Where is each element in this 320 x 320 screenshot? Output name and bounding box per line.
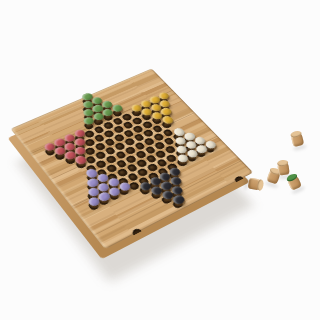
spare-peg-natural[interactable] bbox=[247, 178, 261, 191]
spare-peg-natural[interactable] bbox=[290, 133, 304, 147]
spare-peg-green[interactable] bbox=[286, 175, 301, 191]
product-photo-stage bbox=[0, 0, 320, 320]
spare-pegs-area bbox=[0, 0, 320, 320]
spare-peg-natural[interactable] bbox=[277, 162, 290, 175]
